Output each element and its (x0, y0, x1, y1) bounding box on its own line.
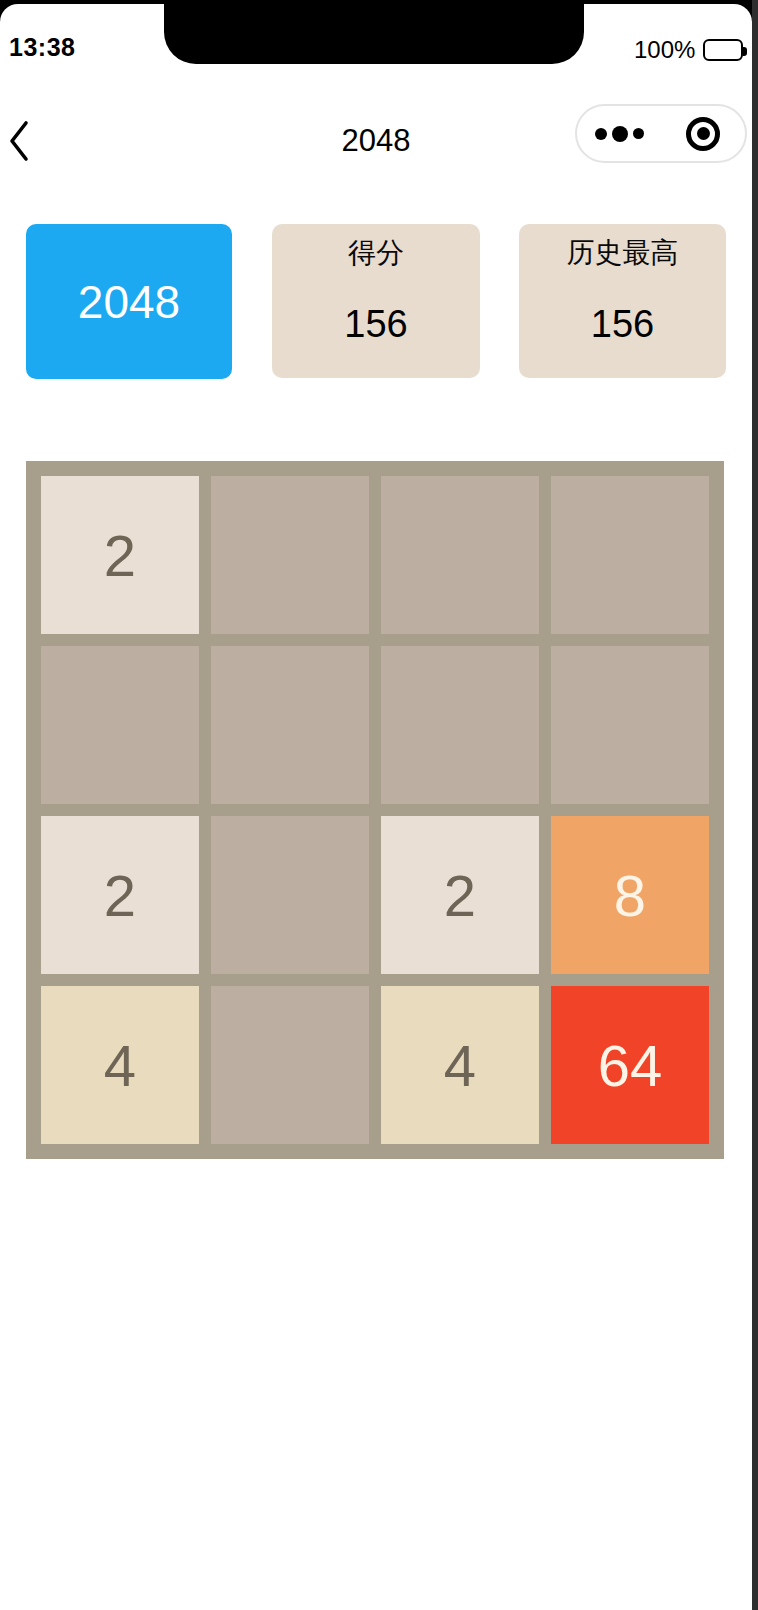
battery-percent: 100% (634, 36, 695, 64)
more-icon (612, 126, 628, 142)
empty-cell-r3c2 (211, 816, 369, 974)
tile-r3c3: 2 (381, 816, 539, 974)
empty-cell-r4c2 (211, 986, 369, 1144)
empty-cell-r1c2 (211, 476, 369, 634)
more-button[interactable] (577, 106, 661, 161)
battery-icon (703, 39, 743, 61)
chevron-left-icon (6, 119, 32, 163)
empty-cell-r2c4 (551, 646, 709, 804)
tile-r4c3: 4 (381, 986, 539, 1144)
best-score-label: 历史最高 (519, 236, 726, 270)
wechat-capsule (575, 104, 747, 163)
battery-status: 100% (634, 36, 743, 64)
score-label: 得分 (272, 236, 480, 270)
empty-cell-r2c3 (381, 646, 539, 804)
tile-r3c4: 8 (551, 816, 709, 974)
back-button[interactable] (6, 119, 32, 163)
board[interactable]: 22284464 (26, 461, 724, 1159)
bezel-right-strip (752, 0, 758, 1610)
tile-r3c1: 2 (41, 816, 199, 974)
tile-r1c1: 2 (41, 476, 199, 634)
more-icon (595, 128, 607, 140)
status-time: 13:38 (9, 33, 75, 62)
empty-cell-r2c2 (211, 646, 369, 804)
score-value: 156 (272, 304, 480, 344)
empty-cell-r1c4 (551, 476, 709, 634)
exit-button[interactable] (661, 106, 745, 161)
brand-card: 2048 (26, 224, 232, 379)
notch (164, 0, 584, 64)
best-score-card: 历史最高 156 (519, 224, 726, 378)
best-score-value: 156 (519, 304, 726, 344)
score-card: 得分 156 (272, 224, 480, 378)
tile-r4c1: 4 (41, 986, 199, 1144)
empty-cell-r1c3 (381, 476, 539, 634)
circle-dot-icon (686, 117, 720, 151)
more-icon (633, 128, 644, 139)
empty-cell-r2c1 (41, 646, 199, 804)
tile-r4c4: 64 (551, 986, 709, 1144)
